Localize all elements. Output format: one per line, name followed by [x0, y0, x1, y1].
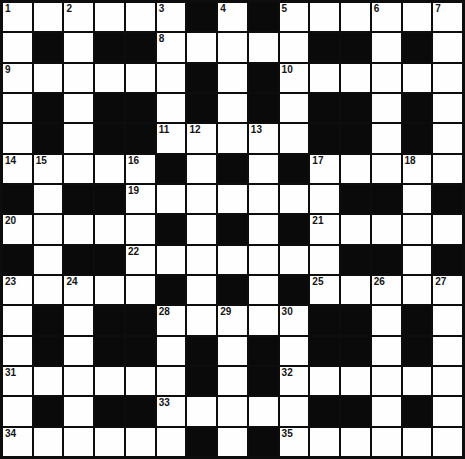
black-cell [126, 397, 155, 425]
clue-number: 23 [5, 276, 16, 288]
black-cell [126, 306, 155, 334]
white-cell[interactable]: 18 [403, 155, 432, 183]
clue-number: 9 [5, 64, 11, 76]
white-cell[interactable] [187, 276, 216, 304]
white-cell[interactable] [64, 94, 93, 122]
clue-number: 14 [5, 155, 16, 167]
white-cell[interactable]: 19 [126, 185, 155, 213]
white-cell[interactable]: 33 [157, 397, 186, 425]
clue-number: 13 [251, 124, 262, 136]
clue-number: 4 [220, 3, 226, 15]
white-cell[interactable] [64, 367, 93, 395]
white-cell[interactable] [433, 155, 462, 183]
white-cell[interactable] [64, 397, 93, 425]
white-cell[interactable]: 17 [310, 155, 339, 183]
white-cell[interactable] [218, 64, 247, 92]
white-cell[interactable]: 9 [3, 64, 32, 92]
white-cell[interactable] [64, 337, 93, 365]
white-cell[interactable] [157, 246, 186, 274]
black-cell [34, 337, 63, 365]
black-cell [403, 33, 432, 61]
black-cell [249, 367, 278, 395]
black-cell [218, 276, 247, 304]
white-cell[interactable] [34, 246, 63, 274]
white-cell[interactable]: 11 [157, 124, 186, 152]
white-cell[interactable] [433, 215, 462, 243]
clue-number: 35 [282, 428, 293, 440]
black-cell [403, 306, 432, 334]
black-cell [95, 306, 124, 334]
black-cell [95, 94, 124, 122]
white-cell[interactable] [433, 94, 462, 122]
white-cell[interactable] [372, 64, 401, 92]
white-cell[interactable] [187, 215, 216, 243]
white-cell[interactable] [249, 215, 278, 243]
black-cell [341, 124, 370, 152]
white-cell[interactable] [95, 428, 124, 456]
white-cell[interactable] [280, 124, 309, 152]
white-cell[interactable] [403, 215, 432, 243]
white-cell[interactable]: 24 [64, 276, 93, 304]
black-cell [95, 33, 124, 61]
black-cell [187, 428, 216, 456]
clue-number: 11 [159, 124, 170, 136]
white-cell[interactable] [157, 94, 186, 122]
black-cell [310, 397, 339, 425]
white-cell[interactable]: 8 [157, 33, 186, 61]
white-cell[interactable] [218, 185, 247, 213]
white-cell[interactable]: 34 [3, 428, 32, 456]
clue-number: 32 [282, 367, 293, 379]
black-cell [249, 337, 278, 365]
white-cell[interactable] [433, 64, 462, 92]
white-cell[interactable] [95, 155, 124, 183]
black-cell [126, 33, 155, 61]
black-cell [157, 155, 186, 183]
clue-number: 19 [128, 185, 139, 197]
white-cell[interactable]: 1 [3, 3, 32, 31]
black-cell [249, 3, 278, 31]
white-cell[interactable] [218, 428, 247, 456]
clue-number: 8 [159, 33, 165, 45]
white-cell[interactable] [372, 397, 401, 425]
white-cell[interactable]: 29 [218, 306, 247, 334]
black-cell [126, 94, 155, 122]
white-cell[interactable] [218, 124, 247, 152]
white-cell[interactable] [249, 246, 278, 274]
white-cell[interactable] [433, 367, 462, 395]
clue-number: 18 [405, 155, 416, 167]
white-cell[interactable] [157, 428, 186, 456]
black-cell [218, 155, 247, 183]
black-cell [249, 64, 278, 92]
black-cell [95, 185, 124, 213]
black-cell [310, 306, 339, 334]
white-cell[interactable] [34, 276, 63, 304]
white-cell[interactable] [372, 367, 401, 395]
clue-number: 26 [374, 276, 385, 288]
white-cell[interactable] [372, 33, 401, 61]
black-cell [280, 155, 309, 183]
white-cell[interactable]: 26 [372, 276, 401, 304]
white-cell[interactable]: 27 [433, 276, 462, 304]
white-cell[interactable] [372, 428, 401, 456]
black-cell [341, 246, 370, 274]
black-cell [34, 397, 63, 425]
black-cell [187, 3, 216, 31]
black-cell [372, 185, 401, 213]
crossword-puzzle: 1234567891011121314151617181920212223242… [0, 0, 465, 459]
white-cell[interactable] [249, 185, 278, 213]
white-cell[interactable] [280, 33, 309, 61]
white-cell[interactable] [249, 33, 278, 61]
white-cell[interactable]: 28 [157, 306, 186, 334]
white-cell[interactable] [341, 428, 370, 456]
black-cell [218, 215, 247, 243]
white-cell[interactable]: 10 [280, 64, 309, 92]
white-cell[interactable] [249, 155, 278, 183]
black-cell [187, 94, 216, 122]
white-cell[interactable] [341, 276, 370, 304]
white-cell[interactable] [187, 155, 216, 183]
black-cell [341, 185, 370, 213]
black-cell [310, 124, 339, 152]
clue-number: 15 [36, 155, 47, 167]
clue-number: 33 [159, 397, 170, 409]
white-cell[interactable] [280, 94, 309, 122]
black-cell [95, 124, 124, 152]
white-cell[interactable] [3, 337, 32, 365]
white-cell[interactable]: 12 [187, 124, 216, 152]
white-cell[interactable] [64, 64, 93, 92]
black-cell [64, 185, 93, 213]
clue-number: 12 [189, 124, 200, 136]
white-cell[interactable]: 16 [126, 155, 155, 183]
white-cell[interactable] [218, 337, 247, 365]
white-cell[interactable] [126, 3, 155, 31]
white-cell[interactable] [126, 428, 155, 456]
white-cell[interactable] [433, 337, 462, 365]
white-cell[interactable] [64, 306, 93, 334]
white-cell[interactable] [403, 64, 432, 92]
white-cell[interactable]: 20 [3, 215, 32, 243]
white-cell[interactable] [95, 215, 124, 243]
white-cell[interactable] [433, 33, 462, 61]
white-cell[interactable] [218, 33, 247, 61]
white-cell[interactable] [34, 367, 63, 395]
clue-number: 22 [128, 246, 139, 258]
white-cell[interactable]: 14 [3, 155, 32, 183]
white-cell[interactable] [157, 367, 186, 395]
black-cell [280, 276, 309, 304]
clue-number: 29 [220, 306, 231, 318]
black-cell [372, 246, 401, 274]
white-cell[interactable] [341, 64, 370, 92]
white-cell[interactable] [187, 246, 216, 274]
clue-number: 7 [435, 3, 441, 15]
white-cell[interactable] [403, 246, 432, 274]
black-cell [126, 124, 155, 152]
clue-number: 34 [5, 428, 16, 440]
white-cell[interactable] [372, 215, 401, 243]
white-cell[interactable]: 15 [34, 155, 63, 183]
white-cell[interactable] [157, 185, 186, 213]
white-cell[interactable] [187, 397, 216, 425]
black-cell [310, 33, 339, 61]
white-cell[interactable] [34, 185, 63, 213]
black-cell [341, 33, 370, 61]
white-cell[interactable] [249, 276, 278, 304]
white-cell[interactable] [310, 185, 339, 213]
black-cell [280, 215, 309, 243]
black-cell [34, 124, 63, 152]
white-cell[interactable] [280, 397, 309, 425]
white-cell[interactable]: 5 [280, 3, 309, 31]
white-cell[interactable] [218, 94, 247, 122]
white-cell[interactable]: 32 [280, 367, 309, 395]
black-cell [187, 64, 216, 92]
black-cell [341, 337, 370, 365]
black-cell [433, 246, 462, 274]
white-cell[interactable] [433, 124, 462, 152]
clue-number: 10 [282, 64, 293, 76]
white-cell[interactable] [310, 246, 339, 274]
white-cell[interactable] [310, 428, 339, 456]
black-cell [403, 397, 432, 425]
black-cell [34, 306, 63, 334]
white-cell[interactable] [34, 3, 63, 31]
white-cell[interactable]: 22 [126, 246, 155, 274]
white-cell[interactable] [372, 94, 401, 122]
clue-number: 28 [159, 306, 170, 318]
white-cell[interactable] [249, 397, 278, 425]
white-cell[interactable] [126, 276, 155, 304]
white-cell[interactable] [157, 337, 186, 365]
white-cell[interactable] [126, 367, 155, 395]
crossword-grid: 1234567891011121314151617181920212223242… [0, 0, 465, 459]
clue-number: 16 [128, 155, 139, 167]
black-cell [157, 276, 186, 304]
white-cell[interactable] [218, 367, 247, 395]
white-cell[interactable] [310, 3, 339, 31]
white-cell[interactable] [403, 428, 432, 456]
black-cell [403, 94, 432, 122]
black-cell [433, 185, 462, 213]
clue-number: 31 [5, 367, 16, 379]
white-cell[interactable] [372, 155, 401, 183]
white-cell[interactable]: 7 [433, 3, 462, 31]
black-cell [310, 94, 339, 122]
white-cell[interactable] [372, 124, 401, 152]
white-cell[interactable] [187, 33, 216, 61]
black-cell [403, 337, 432, 365]
clue-number: 27 [435, 276, 446, 288]
white-cell[interactable] [218, 246, 247, 274]
black-cell [126, 337, 155, 365]
clue-number: 30 [282, 306, 293, 318]
black-cell [249, 94, 278, 122]
black-cell [3, 185, 32, 213]
white-cell[interactable] [280, 337, 309, 365]
white-cell[interactable] [341, 155, 370, 183]
white-cell[interactable] [64, 155, 93, 183]
white-cell[interactable]: 3 [157, 3, 186, 31]
white-cell[interactable] [341, 367, 370, 395]
white-cell[interactable]: 31 [3, 367, 32, 395]
white-cell[interactable]: 2 [64, 3, 93, 31]
white-cell[interactable] [403, 185, 432, 213]
white-cell[interactable]: 35 [280, 428, 309, 456]
black-cell [95, 246, 124, 274]
white-cell[interactable] [433, 428, 462, 456]
white-cell[interactable] [341, 3, 370, 31]
black-cell [34, 33, 63, 61]
black-cell [341, 94, 370, 122]
clue-number: 1 [5, 3, 11, 15]
white-cell[interactable] [95, 3, 124, 31]
white-cell[interactable] [34, 64, 63, 92]
white-cell[interactable] [95, 64, 124, 92]
white-cell[interactable] [433, 306, 462, 334]
clue-number: 2 [66, 3, 72, 15]
white-cell[interactable] [403, 276, 432, 304]
black-cell [341, 397, 370, 425]
black-cell [95, 337, 124, 365]
white-cell[interactable] [280, 246, 309, 274]
clue-number: 5 [282, 3, 288, 15]
white-cell[interactable] [34, 215, 63, 243]
black-cell [64, 246, 93, 274]
white-cell[interactable]: 21 [310, 215, 339, 243]
black-cell [3, 246, 32, 274]
white-cell[interactable]: 30 [280, 306, 309, 334]
white-cell[interactable] [3, 306, 32, 334]
white-cell[interactable] [280, 185, 309, 213]
white-cell[interactable] [310, 64, 339, 92]
white-cell[interactable] [3, 94, 32, 122]
white-cell[interactable] [95, 367, 124, 395]
white-cell[interactable] [64, 215, 93, 243]
black-cell [403, 124, 432, 152]
clue-number: 20 [5, 215, 16, 227]
white-cell[interactable] [372, 337, 401, 365]
black-cell [157, 215, 186, 243]
black-cell [187, 337, 216, 365]
black-cell [95, 397, 124, 425]
white-cell[interactable] [218, 397, 247, 425]
white-cell[interactable] [95, 276, 124, 304]
white-cell[interactable] [341, 215, 370, 243]
white-cell[interactable]: 13 [249, 124, 278, 152]
white-cell[interactable] [126, 215, 155, 243]
white-cell[interactable]: 25 [310, 276, 339, 304]
black-cell [310, 337, 339, 365]
clue-number: 21 [312, 215, 323, 227]
clue-number: 17 [312, 155, 323, 167]
black-cell [249, 428, 278, 456]
clue-number: 24 [66, 276, 77, 288]
white-cell[interactable]: 4 [218, 3, 247, 31]
white-cell[interactable] [403, 367, 432, 395]
white-cell[interactable] [403, 3, 432, 31]
black-cell [34, 94, 63, 122]
clue-number: 3 [159, 3, 165, 15]
white-cell[interactable]: 6 [372, 3, 401, 31]
black-cell [341, 306, 370, 334]
white-cell[interactable] [187, 185, 216, 213]
white-cell[interactable] [310, 367, 339, 395]
white-cell[interactable] [157, 64, 186, 92]
white-cell[interactable] [3, 124, 32, 152]
white-cell[interactable]: 23 [3, 276, 32, 304]
white-cell[interactable] [249, 306, 278, 334]
clue-number: 6 [374, 3, 380, 15]
white-cell[interactable] [187, 306, 216, 334]
clue-number: 25 [312, 276, 323, 288]
white-cell[interactable] [372, 306, 401, 334]
white-cell[interactable] [433, 397, 462, 425]
white-cell[interactable] [64, 33, 93, 61]
white-cell[interactable] [3, 33, 32, 61]
white-cell[interactable] [64, 428, 93, 456]
white-cell[interactable] [3, 397, 32, 425]
white-cell[interactable] [64, 124, 93, 152]
black-cell [187, 367, 216, 395]
white-cell[interactable] [34, 428, 63, 456]
white-cell[interactable] [126, 64, 155, 92]
